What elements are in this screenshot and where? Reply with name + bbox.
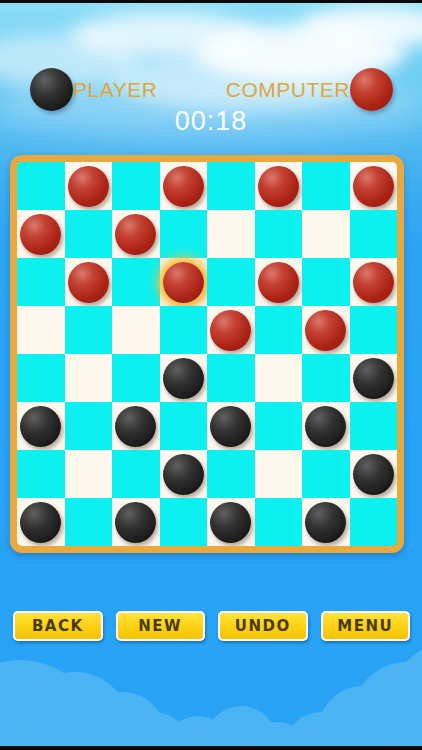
board-square-e5[interactable] [207, 306, 255, 354]
computer-side: COMPUTER [226, 68, 393, 111]
black-piece-h2[interactable] [353, 454, 394, 495]
board-square-f4[interactable] [255, 354, 303, 402]
player-label: PLAYER [73, 78, 157, 102]
board-square-f6[interactable] [255, 258, 303, 306]
top-black-bar [0, 0, 422, 3]
board-square-g8[interactable] [302, 162, 350, 210]
board-square-h2[interactable] [350, 450, 398, 498]
red-piece-c7[interactable] [115, 214, 156, 255]
menu-button[interactable]: MENU [321, 611, 411, 641]
red-piece-h8[interactable] [353, 166, 394, 207]
board-square-d8[interactable] [160, 162, 208, 210]
black-piece-a1[interactable] [20, 502, 61, 543]
board-square-d4[interactable] [160, 354, 208, 402]
board-square-a8[interactable] [17, 162, 65, 210]
board-square-a1[interactable] [17, 498, 65, 546]
board-square-a7[interactable] [17, 210, 65, 258]
black-piece-h4[interactable] [353, 358, 394, 399]
black-piece-c1[interactable] [115, 502, 156, 543]
undo-button[interactable]: UNDO [218, 611, 308, 641]
board-square-h8[interactable] [350, 162, 398, 210]
board-square-h1[interactable] [350, 498, 398, 546]
board-square-g1[interactable] [302, 498, 350, 546]
board-square-b7[interactable] [65, 210, 113, 258]
board-square-c3[interactable] [112, 402, 160, 450]
board-square-g2[interactable] [302, 450, 350, 498]
board-square-e7[interactable] [207, 210, 255, 258]
board-square-b1[interactable] [65, 498, 113, 546]
button-row: BACK NEW UNDO MENU [13, 611, 410, 641]
board-square-b4[interactable] [65, 354, 113, 402]
board-square-d2[interactable] [160, 450, 208, 498]
board-square-d6[interactable] [160, 258, 208, 306]
red-piece-h6[interactable] [353, 262, 394, 303]
timer: 00:18 [0, 106, 422, 137]
board-square-c7[interactable] [112, 210, 160, 258]
black-piece-e1[interactable] [210, 502, 251, 543]
board-square-h7[interactable] [350, 210, 398, 258]
board-square-f1[interactable] [255, 498, 303, 546]
board-square-d3[interactable] [160, 402, 208, 450]
board-square-a6[interactable] [17, 258, 65, 306]
black-piece-d4[interactable] [163, 358, 204, 399]
board-square-c8[interactable] [112, 162, 160, 210]
computer-piece-icon [350, 68, 393, 111]
board-square-h4[interactable] [350, 354, 398, 402]
board-square-f8[interactable] [255, 162, 303, 210]
board-square-d5[interactable] [160, 306, 208, 354]
black-piece-g1[interactable] [305, 502, 346, 543]
red-piece-g5[interactable] [305, 310, 346, 351]
board-square-g6[interactable] [302, 258, 350, 306]
red-piece-d6[interactable] [163, 262, 204, 303]
board-square-h5[interactable] [350, 306, 398, 354]
back-button[interactable]: BACK [13, 611, 103, 641]
board-square-c6[interactable] [112, 258, 160, 306]
header: PLAYER COMPUTER [30, 68, 393, 111]
red-piece-b6[interactable] [68, 262, 109, 303]
board-square-f7[interactable] [255, 210, 303, 258]
board-square-c4[interactable] [112, 354, 160, 402]
black-piece-a3[interactable] [20, 406, 61, 447]
board-square-d7[interactable] [160, 210, 208, 258]
new-button[interactable]: NEW [116, 611, 206, 641]
checkers-board [10, 155, 404, 553]
board-square-e3[interactable] [207, 402, 255, 450]
black-piece-c3[interactable] [115, 406, 156, 447]
black-piece-e3[interactable] [210, 406, 251, 447]
board-square-b5[interactable] [65, 306, 113, 354]
player-side: PLAYER [30, 68, 157, 111]
board-square-a3[interactable] [17, 402, 65, 450]
board-square-f3[interactable] [255, 402, 303, 450]
board-square-a4[interactable] [17, 354, 65, 402]
board-square-h3[interactable] [350, 402, 398, 450]
player-piece-icon [30, 68, 73, 111]
board-square-e1[interactable] [207, 498, 255, 546]
board-square-g5[interactable] [302, 306, 350, 354]
board-square-f2[interactable] [255, 450, 303, 498]
board-square-b2[interactable] [65, 450, 113, 498]
red-piece-e5[interactable] [210, 310, 251, 351]
board-square-e6[interactable] [207, 258, 255, 306]
board-square-f5[interactable] [255, 306, 303, 354]
red-piece-d8[interactable] [163, 166, 204, 207]
board-square-e4[interactable] [207, 354, 255, 402]
board-square-c5[interactable] [112, 306, 160, 354]
black-piece-g3[interactable] [305, 406, 346, 447]
board-square-b3[interactable] [65, 402, 113, 450]
red-piece-a7[interactable] [20, 214, 61, 255]
red-piece-b8[interactable] [68, 166, 109, 207]
board-square-g4[interactable] [302, 354, 350, 402]
board-square-e8[interactable] [207, 162, 255, 210]
board-square-e2[interactable] [207, 450, 255, 498]
board-square-c1[interactable] [112, 498, 160, 546]
board-square-a5[interactable] [17, 306, 65, 354]
board-square-b6[interactable] [65, 258, 113, 306]
board-square-c2[interactable] [112, 450, 160, 498]
computer-label: COMPUTER [226, 78, 350, 102]
board-square-d1[interactable] [160, 498, 208, 546]
black-piece-d2[interactable] [163, 454, 204, 495]
board-square-a2[interactable] [17, 450, 65, 498]
board-square-h6[interactable] [350, 258, 398, 306]
app-screen: PLAYER COMPUTER 00:18 BACK NEW UNDO MENU [0, 0, 422, 750]
board-square-g3[interactable] [302, 402, 350, 450]
red-piece-f6[interactable] [258, 262, 299, 303]
board-square-b8[interactable] [65, 162, 113, 210]
red-piece-f8[interactable] [258, 166, 299, 207]
board-square-g7[interactable] [302, 210, 350, 258]
bottom-black-bar [0, 746, 422, 750]
